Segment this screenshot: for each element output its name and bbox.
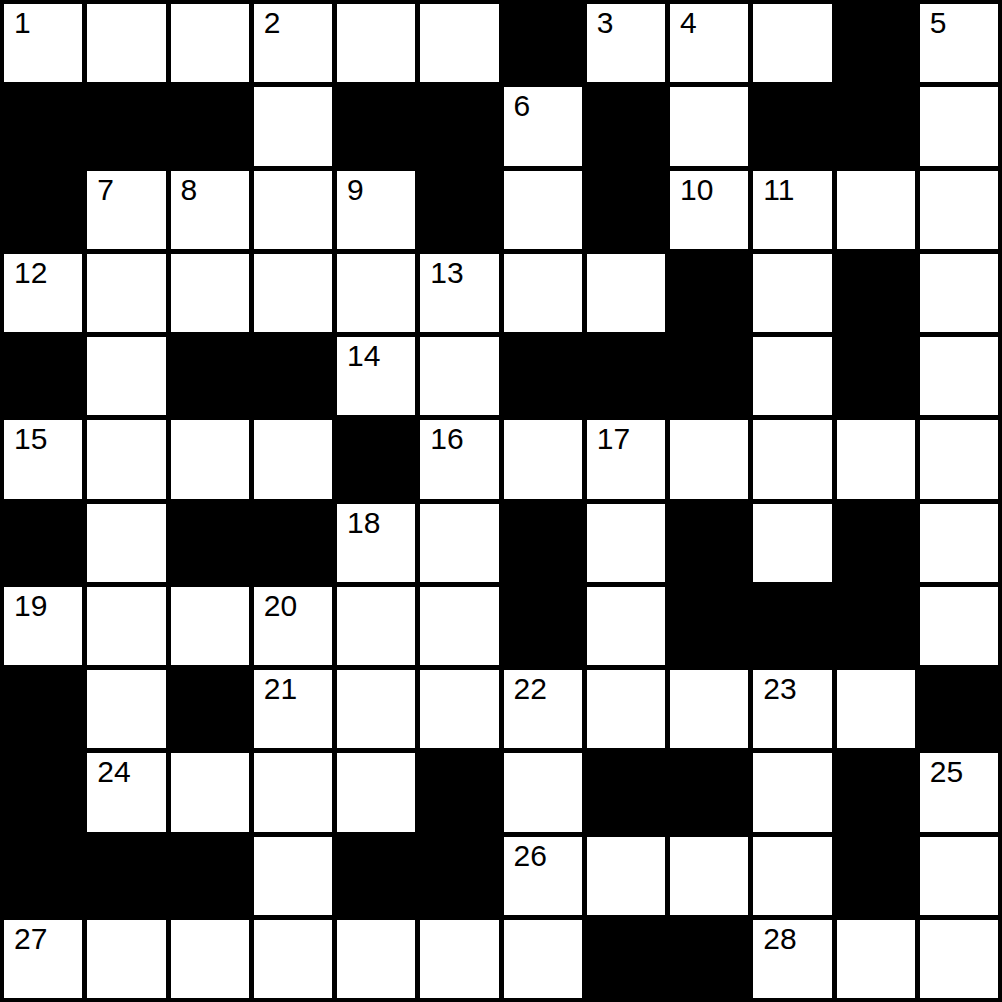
white-cell-r6c9[interactable] [753,504,831,582]
clue-number-17: 17 [597,422,630,455]
white-cell-r4c9[interactable] [753,337,831,415]
black-cell-r6c3 [254,504,332,582]
black-cell-r8c0 [4,670,82,748]
black-cell-r4c3 [254,337,332,415]
white-cell-r0c7[interactable]: 3 [587,4,665,82]
white-cell-r2c9[interactable]: 11 [753,171,831,249]
clue-number-26: 26 [514,839,547,872]
black-cell-r6c8 [670,504,748,582]
white-cell-r8c1[interactable] [87,670,165,748]
black-cell-r6c2 [171,504,249,582]
black-cell-r9c10 [837,753,915,831]
white-cell-r5c9[interactable] [753,420,831,498]
clue-number-5: 5 [930,6,947,39]
white-cell-r3c2[interactable] [171,254,249,332]
white-cell-r5c10[interactable] [837,420,915,498]
white-cell-r7c1[interactable] [87,587,165,665]
clue-number-11: 11 [763,173,794,206]
clue-number-4: 4 [680,6,697,39]
white-cell-r8c9[interactable]: 23 [753,670,831,748]
clue-number-16: 16 [430,422,463,455]
white-cell-r3c3[interactable] [254,254,332,332]
white-cell-r9c1[interactable]: 24 [87,753,165,831]
white-cell-r8c8[interactable] [670,670,748,748]
clue-number-20: 20 [264,589,297,622]
white-cell-r4c4[interactable]: 14 [337,337,415,415]
clue-number-1: 1 [14,6,31,39]
black-cell-r11c7 [587,920,665,998]
white-cell-r0c0[interactable]: 1 [4,4,82,82]
clue-number-3: 3 [597,6,614,39]
black-cell-r9c7 [587,753,665,831]
crossword-grid: 1234567891011121314151617181920212223242… [0,0,1002,1002]
clue-number-27: 27 [14,922,47,955]
white-cell-r0c9[interactable] [753,4,831,82]
white-cell-r6c1[interactable] [87,504,165,582]
black-cell-r9c0 [4,753,82,831]
clue-number-2: 2 [264,6,281,39]
white-cell-r11c3[interactable] [254,920,332,998]
white-cell-r2c3[interactable] [254,171,332,249]
white-cell-r9c11[interactable]: 25 [920,753,998,831]
white-cell-r8c6[interactable]: 22 [504,670,582,748]
white-cell-r2c4[interactable]: 9 [337,171,415,249]
clue-number-21: 21 [264,672,297,705]
clue-number-22: 22 [514,672,547,705]
black-cell-r10c4 [337,837,415,915]
black-cell-r7c9 [753,587,831,665]
white-cell-r3c9[interactable] [753,254,831,332]
white-cell-r5c7[interactable]: 17 [587,420,665,498]
clue-number-14: 14 [347,339,380,372]
white-cell-r10c7[interactable] [587,837,665,915]
white-cell-r2c6[interactable] [504,171,582,249]
white-cell-r0c8[interactable]: 4 [670,4,748,82]
white-cell-r5c6[interactable] [504,420,582,498]
clue-number-23: 23 [763,672,796,705]
white-cell-r8c3[interactable]: 21 [254,670,332,748]
black-cell-r2c5 [420,171,498,249]
white-cell-r11c6[interactable] [504,920,582,998]
black-cell-r0c6 [504,4,582,82]
white-cell-r11c5[interactable] [420,920,498,998]
white-cell-r11c9[interactable]: 28 [753,920,831,998]
black-cell-r4c0 [4,337,82,415]
black-cell-r9c8 [670,753,748,831]
white-cell-r6c5[interactable] [420,504,498,582]
white-cell-r5c2[interactable] [171,420,249,498]
black-cell-r3c10 [837,254,915,332]
clue-number-24: 24 [97,755,130,788]
black-cell-r1c9 [753,87,831,165]
black-cell-r7c8 [670,587,748,665]
white-cell-r10c6[interactable]: 26 [504,837,582,915]
white-cell-r1c3[interactable] [254,87,332,165]
white-cell-r6c11[interactable] [920,504,998,582]
white-cell-r1c6[interactable]: 6 [504,87,582,165]
white-cell-r0c11[interactable]: 5 [920,4,998,82]
black-cell-r6c6 [504,504,582,582]
black-cell-r2c0 [4,171,82,249]
clue-number-7: 7 [97,173,114,206]
white-cell-r7c5[interactable] [420,587,498,665]
clue-number-12: 12 [14,256,47,289]
black-cell-r1c0 [4,87,82,165]
white-cell-r9c6[interactable] [504,753,582,831]
white-cell-r10c11[interactable] [920,837,998,915]
white-cell-r3c1[interactable] [87,254,165,332]
white-cell-r11c11[interactable] [920,920,998,998]
white-cell-r2c10[interactable] [837,171,915,249]
white-cell-r0c1[interactable] [87,4,165,82]
white-cell-r2c1[interactable]: 7 [87,171,165,249]
black-cell-r10c2 [171,837,249,915]
black-cell-r10c1 [87,837,165,915]
clue-number-25: 25 [930,755,963,788]
white-cell-r10c9[interactable] [753,837,831,915]
white-cell-r5c1[interactable] [87,420,165,498]
white-cell-r3c0[interactable]: 12 [4,254,82,332]
clue-number-15: 15 [14,422,47,455]
white-cell-r9c4[interactable] [337,753,415,831]
black-cell-r1c10 [837,87,915,165]
black-cell-r1c2 [171,87,249,165]
black-cell-r1c4 [337,87,415,165]
white-cell-r11c2[interactable] [171,920,249,998]
white-cell-r11c10[interactable] [837,920,915,998]
black-cell-r10c10 [837,837,915,915]
black-cell-r4c6 [504,337,582,415]
white-cell-r8c7[interactable] [587,670,665,748]
black-cell-r6c10 [837,504,915,582]
black-cell-r3c8 [670,254,748,332]
black-cell-r11c8 [670,920,748,998]
white-cell-r11c1[interactable] [87,920,165,998]
black-cell-r1c5 [420,87,498,165]
white-cell-r3c11[interactable] [920,254,998,332]
white-cell-r3c4[interactable] [337,254,415,332]
white-cell-r0c3[interactable]: 2 [254,4,332,82]
black-cell-r7c6 [504,587,582,665]
white-cell-r6c7[interactable] [587,504,665,582]
black-cell-r7c10 [837,587,915,665]
white-cell-r7c2[interactable] [171,587,249,665]
white-cell-r6c4[interactable]: 18 [337,504,415,582]
clue-number-28: 28 [763,922,796,955]
black-cell-r10c5 [420,837,498,915]
white-cell-r5c3[interactable] [254,420,332,498]
white-cell-r9c2[interactable] [171,753,249,831]
black-cell-r0c10 [837,4,915,82]
white-cell-r10c3[interactable] [254,837,332,915]
black-cell-r8c11 [920,670,998,748]
white-cell-r1c11[interactable] [920,87,998,165]
clue-number-10: 10 [680,173,713,206]
white-cell-r1c8[interactable] [670,87,748,165]
white-cell-r2c2[interactable]: 8 [171,171,249,249]
white-cell-r11c4[interactable] [337,920,415,998]
white-cell-r7c11[interactable] [920,587,998,665]
white-cell-r7c7[interactable] [587,587,665,665]
white-cell-r3c7[interactable] [587,254,665,332]
white-cell-r4c11[interactable] [920,337,998,415]
white-cell-r8c10[interactable] [837,670,915,748]
white-cell-r2c8[interactable]: 10 [670,171,748,249]
white-cell-r9c3[interactable] [254,753,332,831]
white-cell-r3c6[interactable] [504,254,582,332]
black-cell-r9c5 [420,753,498,831]
white-cell-r8c5[interactable] [420,670,498,748]
clue-number-19: 19 [14,589,47,622]
white-cell-r9c9[interactable] [753,753,831,831]
white-cell-r5c8[interactable] [670,420,748,498]
white-cell-r8c4[interactable] [337,670,415,748]
white-cell-r4c5[interactable] [420,337,498,415]
white-cell-r5c11[interactable] [920,420,998,498]
white-cell-r2c11[interactable] [920,171,998,249]
clue-number-9: 9 [347,173,364,206]
white-cell-r5c5[interactable]: 16 [420,420,498,498]
black-cell-r8c2 [171,670,249,748]
black-cell-r4c10 [837,337,915,415]
white-cell-r0c5[interactable] [420,4,498,82]
white-cell-r7c0[interactable]: 19 [4,587,82,665]
black-cell-r2c7 [587,171,665,249]
black-cell-r5c4 [337,420,415,498]
white-cell-r7c4[interactable] [337,587,415,665]
white-cell-r3c5[interactable]: 13 [420,254,498,332]
black-cell-r1c1 [87,87,165,165]
white-cell-r7c3[interactable]: 20 [254,587,332,665]
black-cell-r10c0 [4,837,82,915]
white-cell-r5c0[interactable]: 15 [4,420,82,498]
white-cell-r11c0[interactable]: 27 [4,920,82,998]
black-cell-r1c7 [587,87,665,165]
black-cell-r4c2 [171,337,249,415]
clue-number-18: 18 [347,506,380,539]
clue-number-13: 13 [430,256,463,289]
white-cell-r4c1[interactable] [87,337,165,415]
black-cell-r4c7 [587,337,665,415]
white-cell-r0c4[interactable] [337,4,415,82]
clue-number-8: 8 [181,173,198,206]
black-cell-r6c0 [4,504,82,582]
clue-number-6: 6 [514,89,531,122]
white-cell-r0c2[interactable] [171,4,249,82]
black-cell-r4c8 [670,337,748,415]
white-cell-r10c8[interactable] [670,837,748,915]
